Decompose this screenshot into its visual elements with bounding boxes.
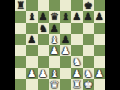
square-a4[interactable] <box>15 45 26 56</box>
square-f8[interactable] <box>71 0 82 11</box>
square-f3[interactable]: ♞ <box>71 56 82 67</box>
white-queen-piece[interactable]: ♛ <box>50 79 59 90</box>
black-king-piece[interactable]: ♚ <box>84 0 93 11</box>
square-a3[interactable] <box>15 56 26 67</box>
square-a6[interactable] <box>15 23 26 34</box>
square-h6[interactable] <box>94 23 105 34</box>
white-bishop-piece[interactable]: ♝ <box>50 34 59 45</box>
square-a5[interactable] <box>15 34 26 45</box>
square-g5[interactable] <box>83 34 94 45</box>
square-b2[interactable]: ♟ <box>26 68 37 79</box>
square-c8[interactable] <box>38 0 49 11</box>
square-e4[interactable]: ♟ <box>60 45 71 56</box>
square-d7[interactable]: ♛ <box>49 11 60 22</box>
black-rook-piece[interactable]: ♜ <box>16 0 25 11</box>
square-d8[interactable] <box>49 0 60 11</box>
square-e6[interactable] <box>60 23 71 34</box>
square-e7[interactable]: ♝ <box>60 11 71 22</box>
square-d5[interactable]: ♝ <box>49 34 60 45</box>
square-c1[interactable] <box>38 79 49 90</box>
white-king-piece[interactable]: ♚ <box>84 79 93 90</box>
square-e3[interactable] <box>60 56 71 67</box>
black-bishop-piece[interactable]: ♝ <box>61 11 70 22</box>
black-bishop-piece[interactable]: ♝ <box>27 11 36 22</box>
square-c3[interactable] <box>38 56 49 67</box>
square-e8[interactable] <box>60 0 71 11</box>
square-h7[interactable]: ♟ <box>94 11 105 22</box>
square-f2[interactable]: ♟ <box>71 68 82 79</box>
square-c2[interactable]: ♟ <box>38 68 49 79</box>
square-a1[interactable] <box>15 79 26 90</box>
square-h1[interactable] <box>94 79 105 90</box>
square-g3[interactable] <box>83 56 94 67</box>
white-pawn-piece[interactable]: ♟ <box>39 68 48 79</box>
square-b4[interactable] <box>26 45 37 56</box>
chess-board: ♜♚♝♟♛♝♟♟♟♞♟♟♝♟♟♟♞♟♟♝♟♞♟♛♜♚ <box>15 0 105 90</box>
square-f4[interactable] <box>71 45 82 56</box>
black-pawn-piece[interactable]: ♟ <box>50 23 59 34</box>
black-pawn-piece[interactable]: ♟ <box>27 34 36 45</box>
white-pawn-piece[interactable]: ♟ <box>72 68 81 79</box>
square-g1[interactable]: ♚ <box>83 79 94 90</box>
square-c6[interactable]: ♞ <box>38 23 49 34</box>
square-h4[interactable] <box>94 45 105 56</box>
square-f6[interactable] <box>71 23 82 34</box>
white-pawn-piece[interactable]: ♟ <box>95 68 104 79</box>
white-knight-piece[interactable]: ♞ <box>72 56 81 67</box>
white-knight-piece[interactable]: ♞ <box>84 68 93 79</box>
square-f1[interactable]: ♜ <box>71 79 82 90</box>
square-h2[interactable]: ♟ <box>94 68 105 79</box>
square-d1[interactable]: ♛ <box>49 79 60 90</box>
square-g2[interactable]: ♞ <box>83 68 94 79</box>
square-e1[interactable] <box>60 79 71 90</box>
square-e2[interactable] <box>60 68 71 79</box>
square-d4[interactable]: ♟ <box>49 45 60 56</box>
white-pawn-piece[interactable]: ♟ <box>27 68 36 79</box>
chess-app-canvas: ♜♚♝♟♛♝♟♟♟♞♟♟♝♟♟♟♞♟♟♝♟♞♟♛♜♚ <box>0 0 120 90</box>
black-pawn-piece[interactable]: ♟ <box>39 11 48 22</box>
square-b1[interactable] <box>26 79 37 90</box>
square-a2[interactable] <box>15 68 26 79</box>
square-b6[interactable] <box>26 23 37 34</box>
black-pawn-piece[interactable]: ♟ <box>84 11 93 22</box>
square-g4[interactable] <box>83 45 94 56</box>
square-f5[interactable] <box>71 34 82 45</box>
white-pawn-piece[interactable]: ♟ <box>61 45 70 56</box>
white-bishop-piece[interactable]: ♝ <box>50 68 59 79</box>
square-h8[interactable] <box>94 0 105 11</box>
square-b3[interactable] <box>26 56 37 67</box>
square-a8[interactable]: ♜ <box>15 0 26 11</box>
square-h3[interactable] <box>94 56 105 67</box>
square-b8[interactable] <box>26 0 37 11</box>
square-h5[interactable] <box>94 34 105 45</box>
square-c4[interactable] <box>38 45 49 56</box>
square-c7[interactable]: ♟ <box>38 11 49 22</box>
black-pawn-piece[interactable]: ♟ <box>95 11 104 22</box>
square-f7[interactable]: ♟ <box>71 11 82 22</box>
square-d6[interactable]: ♟ <box>49 23 60 34</box>
square-c5[interactable] <box>38 34 49 45</box>
square-b5[interactable]: ♟ <box>26 34 37 45</box>
square-e5[interactable]: ♟ <box>60 34 71 45</box>
square-a7[interactable] <box>15 11 26 22</box>
square-g7[interactable]: ♟ <box>83 11 94 22</box>
black-pawn-piece[interactable]: ♟ <box>72 11 81 22</box>
square-d3[interactable] <box>49 56 60 67</box>
white-rook-piece[interactable]: ♜ <box>72 79 81 90</box>
black-pawn-piece[interactable]: ♟ <box>61 34 70 45</box>
square-g8[interactable]: ♚ <box>83 0 94 11</box>
black-knight-piece[interactable]: ♞ <box>39 23 48 34</box>
white-pawn-piece[interactable]: ♟ <box>50 45 59 56</box>
square-b7[interactable]: ♝ <box>26 11 37 22</box>
letterbox-left <box>0 0 15 90</box>
letterbox-right <box>105 0 120 90</box>
square-d2[interactable]: ♝ <box>49 68 60 79</box>
square-g6[interactable] <box>83 23 94 34</box>
black-queen-piece[interactable]: ♛ <box>50 11 59 22</box>
